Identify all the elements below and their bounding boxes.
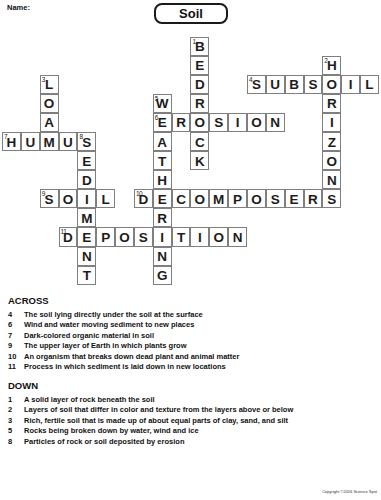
cell-letter: E xyxy=(195,58,204,73)
cell-letter: R xyxy=(195,96,205,111)
clue-list-text: Particles of rock or soil deposited by e… xyxy=(24,437,377,447)
grid-cell-r11c12[interactable]: O xyxy=(209,227,228,246)
clue-number: 5 xyxy=(155,95,158,102)
grid-cell-r13c9[interactable]: G xyxy=(153,266,172,285)
cell-letter: O xyxy=(251,115,262,130)
clue-number: 3 xyxy=(42,76,45,83)
grid-cell-r9c5[interactable]: I xyxy=(77,189,96,208)
grid-cell-r6c1[interactable]: 7H xyxy=(2,132,21,151)
grid-cell-r5c9[interactable]: 6E xyxy=(153,113,172,132)
cell-letter: D xyxy=(82,173,92,188)
cell-letter: R xyxy=(327,96,337,111)
grid-cell-r6c18[interactable]: Z xyxy=(322,132,341,151)
grid-cell-r3c11[interactable]: D xyxy=(190,75,209,94)
grid-cell-r7c9[interactable]: T xyxy=(153,151,172,170)
cell-letter: N xyxy=(157,249,167,264)
cell-letter: O xyxy=(119,230,130,245)
clue-list-text: Process in which sediment is laid down i… xyxy=(24,362,377,372)
grid-cell-r9c6[interactable]: L xyxy=(96,189,115,208)
grid-cell-r2c18[interactable]: 2H xyxy=(322,56,341,75)
grid-cell-r11c10[interactable]: T xyxy=(172,227,191,246)
grid-cell-r1c11[interactable]: 1B xyxy=(190,37,209,56)
cell-letter: S xyxy=(271,192,280,207)
cell-letter: I xyxy=(349,77,353,92)
crossword-grid: 1BE2H3LD4SUBSOILO5WRRA6EROSIONI7HUMU8SAC… xyxy=(2,37,379,285)
clue-across-9: 9The upper layer of Earth in which plant… xyxy=(8,341,377,351)
clue-list-text: Rich, fertile soil that is made up of ab… xyxy=(24,416,377,426)
cell-letter: C xyxy=(176,192,186,207)
grid-cell-r3c19[interactable]: I xyxy=(341,75,360,94)
cell-letter: B xyxy=(195,39,205,54)
cell-letter: G xyxy=(157,268,168,283)
cell-letter: H xyxy=(157,173,167,188)
cell-letter: S xyxy=(327,192,336,207)
grid-cell-r4c18[interactable]: R xyxy=(322,94,341,113)
clue-list-number: 1 xyxy=(8,395,24,405)
grid-cell-r11c6[interactable]: P xyxy=(96,227,115,246)
grid-cell-r9c3[interactable]: 9S xyxy=(40,189,59,208)
across-clue-list: 4The soil lying directly under the soil … xyxy=(8,310,377,372)
down-heading: DOWN xyxy=(8,380,377,391)
clue-list-number: 11 xyxy=(8,362,24,372)
clue-list-text: An organism that breaks down dead plant … xyxy=(24,352,377,362)
clue-number: 2 xyxy=(324,57,327,64)
clue-list-text: A solid layer of rock beneath the soil xyxy=(24,395,377,405)
clue-number: 8 xyxy=(79,133,82,140)
grid-cell-r10c5[interactable]: M xyxy=(77,208,96,227)
grid-cell-r9c17[interactable]: R xyxy=(304,189,323,208)
clue-list-number: 2 xyxy=(8,405,24,415)
cell-letter: L xyxy=(365,77,373,92)
clue-down-8: 8Particles of rock or soil deposited by … xyxy=(8,437,377,447)
grid-cell-r9c11[interactable]: O xyxy=(190,189,209,208)
grid-cell-r5c15[interactable]: N xyxy=(266,113,285,132)
grid-cell-r7c18[interactable]: O xyxy=(322,151,341,170)
down-clues-section: DOWN 1A solid layer of rock beneath the … xyxy=(8,380,377,447)
down-clue-list: 1A solid layer of rock beneath the soil2… xyxy=(8,395,377,447)
clue-across-11: 11Process in which sediment is laid down… xyxy=(8,362,377,372)
grid-cell-r6c4[interactable]: U xyxy=(59,132,78,151)
grid-cell-r3c14[interactable]: 4S xyxy=(247,75,266,94)
grid-cell-r5c3[interactable]: A xyxy=(40,113,59,132)
cell-letter: D xyxy=(195,77,205,92)
cell-letter: H xyxy=(7,135,17,150)
cell-letter: O xyxy=(63,192,74,207)
clue-number: 6 xyxy=(155,114,158,121)
grid-cell-r9c18[interactable]: S xyxy=(322,189,341,208)
cell-letter: U xyxy=(25,135,35,150)
grid-cell-r3c17[interactable]: S xyxy=(304,75,323,94)
clue-number: 1 xyxy=(192,38,195,45)
cell-letter: L xyxy=(102,192,110,207)
grid-cell-r11c5[interactable]: E xyxy=(77,227,96,246)
cell-letter: E xyxy=(82,154,91,169)
grid-cell-r9c9[interactable]: E xyxy=(153,189,172,208)
grid-cell-r9c14[interactable]: O xyxy=(247,189,266,208)
cell-letter: R xyxy=(157,211,167,226)
across-heading: ACROSS xyxy=(8,295,377,306)
grid-cell-r2c11[interactable]: E xyxy=(190,56,209,75)
cell-letter: O xyxy=(44,96,55,111)
cell-letter: E xyxy=(158,115,167,130)
grid-cell-r3c3[interactable]: 3L xyxy=(40,75,59,94)
grid-cell-r10c9[interactable]: R xyxy=(153,208,172,227)
cell-letter: H xyxy=(327,58,337,73)
cell-letter: I xyxy=(330,115,334,130)
cell-letter: A xyxy=(157,135,167,150)
across-clues-section: ACROSS 4The soil lying directly under th… xyxy=(8,295,377,372)
cell-letter: N xyxy=(327,173,337,188)
cell-letter: T xyxy=(83,268,91,283)
grid-cell-r9c8[interactable]: 10D xyxy=(134,189,153,208)
grid-cell-r12c9[interactable]: N xyxy=(153,247,172,266)
worksheet-page: Name: Soil 1BE2H3LD4SUBSOILO5WRRA6EROSIO… xyxy=(0,0,381,500)
clue-list-number: 8 xyxy=(8,437,24,447)
grid-cell-r9c4[interactable]: O xyxy=(59,189,78,208)
clue-list-text: Rocks being broken down by water, wind a… xyxy=(24,426,377,436)
cell-letter: S xyxy=(308,77,317,92)
grid-cell-r4c9[interactable]: 5W xyxy=(153,94,172,113)
clue-number: 7 xyxy=(4,133,7,140)
puzzle-title: Soil xyxy=(179,6,203,21)
grid-cell-r3c15[interactable]: U xyxy=(266,75,285,94)
grid-cell-r3c16[interactable]: B xyxy=(285,75,304,94)
grid-cell-r8c18[interactable]: N xyxy=(322,170,341,189)
clue-list-number: 5 xyxy=(8,426,24,436)
cell-letter: O xyxy=(327,154,338,169)
clue-down-2: 2Layers of soil that differ in color and… xyxy=(8,405,377,415)
grid-cell-r4c11[interactable]: R xyxy=(190,94,209,113)
clue-down-1: 1A solid layer of rock beneath the soil xyxy=(8,395,377,405)
clue-list-number: 4 xyxy=(8,310,24,320)
clue-number: 10 xyxy=(136,190,142,197)
cell-letter: O xyxy=(327,77,338,92)
clue-list-number: 3 xyxy=(8,416,24,426)
grid-cell-r9c13[interactable]: P xyxy=(228,189,247,208)
grid-cell-r11c8[interactable]: S xyxy=(134,227,153,246)
cell-letter: I xyxy=(236,115,240,130)
clue-number: 9 xyxy=(42,190,45,197)
clue-number: 11 xyxy=(61,228,67,235)
cell-letter: P xyxy=(101,230,110,245)
cell-letter: M xyxy=(43,135,54,150)
cell-letter: R xyxy=(176,115,186,130)
clue-list-number: 9 xyxy=(8,341,24,351)
grid-cell-r6c11[interactable]: C xyxy=(190,132,209,151)
clue-across-6: 6Wind and water moving sediment to new p… xyxy=(8,320,377,330)
cell-letter: B xyxy=(289,77,299,92)
grid-cell-r9c10[interactable]: C xyxy=(172,189,191,208)
cell-letter: I xyxy=(85,192,89,207)
grid-cell-r5c11[interactable]: O xyxy=(190,113,209,132)
grid-cell-r7c11[interactable]: K xyxy=(190,151,209,170)
copyright-text: Copyright ©2016 Science Spot xyxy=(322,489,377,494)
grid-cell-r3c20[interactable]: L xyxy=(360,75,379,94)
cell-letter: N xyxy=(270,115,280,130)
clue-across-10: 10An organism that breaks down dead plan… xyxy=(8,352,377,362)
cell-letter: U xyxy=(63,135,73,150)
cell-letter: A xyxy=(44,115,54,130)
grid-cell-r13c5[interactable]: T xyxy=(77,266,96,285)
puzzle-title-box: Soil xyxy=(154,3,228,24)
clue-list-text: The upper layer of Earth in which plants… xyxy=(24,341,377,351)
cell-letter: P xyxy=(233,192,242,207)
cell-letter: T xyxy=(177,230,185,245)
clue-list-text: Dark-colored organic material in soil xyxy=(24,331,377,341)
cell-letter: E xyxy=(290,192,299,207)
grid-cell-r9c16[interactable]: E xyxy=(285,189,304,208)
cell-letter: O xyxy=(195,192,206,207)
clue-down-5: 5Rocks being broken down by water, wind … xyxy=(8,426,377,436)
cell-letter: S xyxy=(45,192,54,207)
grid-cell-r11c4[interactable]: 11D xyxy=(59,227,78,246)
name-label: Name: xyxy=(7,3,30,12)
grid-cell-r9c15[interactable]: S xyxy=(266,189,285,208)
grid-cell-r7c5[interactable]: E xyxy=(77,151,96,170)
grid-cell-r11c7[interactable]: O xyxy=(115,227,134,246)
cell-letter: S xyxy=(82,135,91,150)
grid-cell-r6c2[interactable]: U xyxy=(21,132,40,151)
cell-letter: C xyxy=(195,135,205,150)
cell-letter: K xyxy=(195,154,205,169)
cell-letter: N xyxy=(233,230,243,245)
clue-list-number: 10 xyxy=(8,352,24,362)
grid-cell-r6c9[interactable]: A xyxy=(153,132,172,151)
grid-cell-r5c13[interactable]: I xyxy=(228,113,247,132)
grid-cell-r4c3[interactable]: O xyxy=(40,94,59,113)
clue-list-text: The soil lying directly under the soil a… xyxy=(24,310,377,320)
cell-letter: O xyxy=(251,192,262,207)
cell-letter: I xyxy=(160,230,164,245)
grid-cell-r6c5[interactable]: 8S xyxy=(77,132,96,151)
cell-letter: S xyxy=(139,230,148,245)
grid-cell-r5c18[interactable]: I xyxy=(322,113,341,132)
grid-cell-r3c18[interactable]: O xyxy=(322,75,341,94)
grid-cell-r6c3[interactable]: M xyxy=(40,132,59,151)
grid-cell-r9c12[interactable]: M xyxy=(209,189,228,208)
grid-cell-r5c10[interactable]: R xyxy=(172,113,191,132)
cell-letter: N xyxy=(82,249,92,264)
cell-letter: O xyxy=(213,230,224,245)
cell-letter: M xyxy=(213,192,224,207)
grid-cell-r11c9[interactable]: I xyxy=(153,227,172,246)
clue-across-7: 7Dark-colored organic material in soil xyxy=(8,331,377,341)
cell-letter: T xyxy=(158,154,166,169)
cell-letter: S xyxy=(214,115,223,130)
cell-letter: M xyxy=(81,211,92,226)
grid-cell-r11c11[interactable]: I xyxy=(190,227,209,246)
cell-letter: R xyxy=(308,192,318,207)
clue-down-3: 3Rich, fertile soil that is made up of a… xyxy=(8,416,377,426)
clue-list-number: 7 xyxy=(8,331,24,341)
clue-list-number: 6 xyxy=(8,320,24,330)
cell-letter: Z xyxy=(328,135,336,150)
grid-cell-r8c5[interactable]: D xyxy=(77,170,96,189)
clue-list-text: Layers of soil that differ in color and … xyxy=(24,405,377,415)
cell-letter: O xyxy=(195,115,206,130)
cell-letter: L xyxy=(45,77,53,92)
grid-cell-r5c14[interactable]: O xyxy=(247,113,266,132)
grid-cell-r8c9[interactable]: H xyxy=(153,170,172,189)
clue-list-text: Wind and water moving sediment to new pl… xyxy=(24,320,377,330)
grid-cell-r5c12[interactable]: S xyxy=(209,113,228,132)
grid-cell-r12c5[interactable]: N xyxy=(77,247,96,266)
clue-number: 4 xyxy=(249,76,252,83)
cell-letter: S xyxy=(252,77,261,92)
cell-letter: I xyxy=(198,230,202,245)
cell-letter: E xyxy=(158,192,167,207)
grid-cell-r11c13[interactable]: N xyxy=(228,227,247,246)
cell-letter: U xyxy=(270,77,280,92)
clue-across-4: 4The soil lying directly under the soil … xyxy=(8,310,377,320)
cell-letter: E xyxy=(82,230,91,245)
